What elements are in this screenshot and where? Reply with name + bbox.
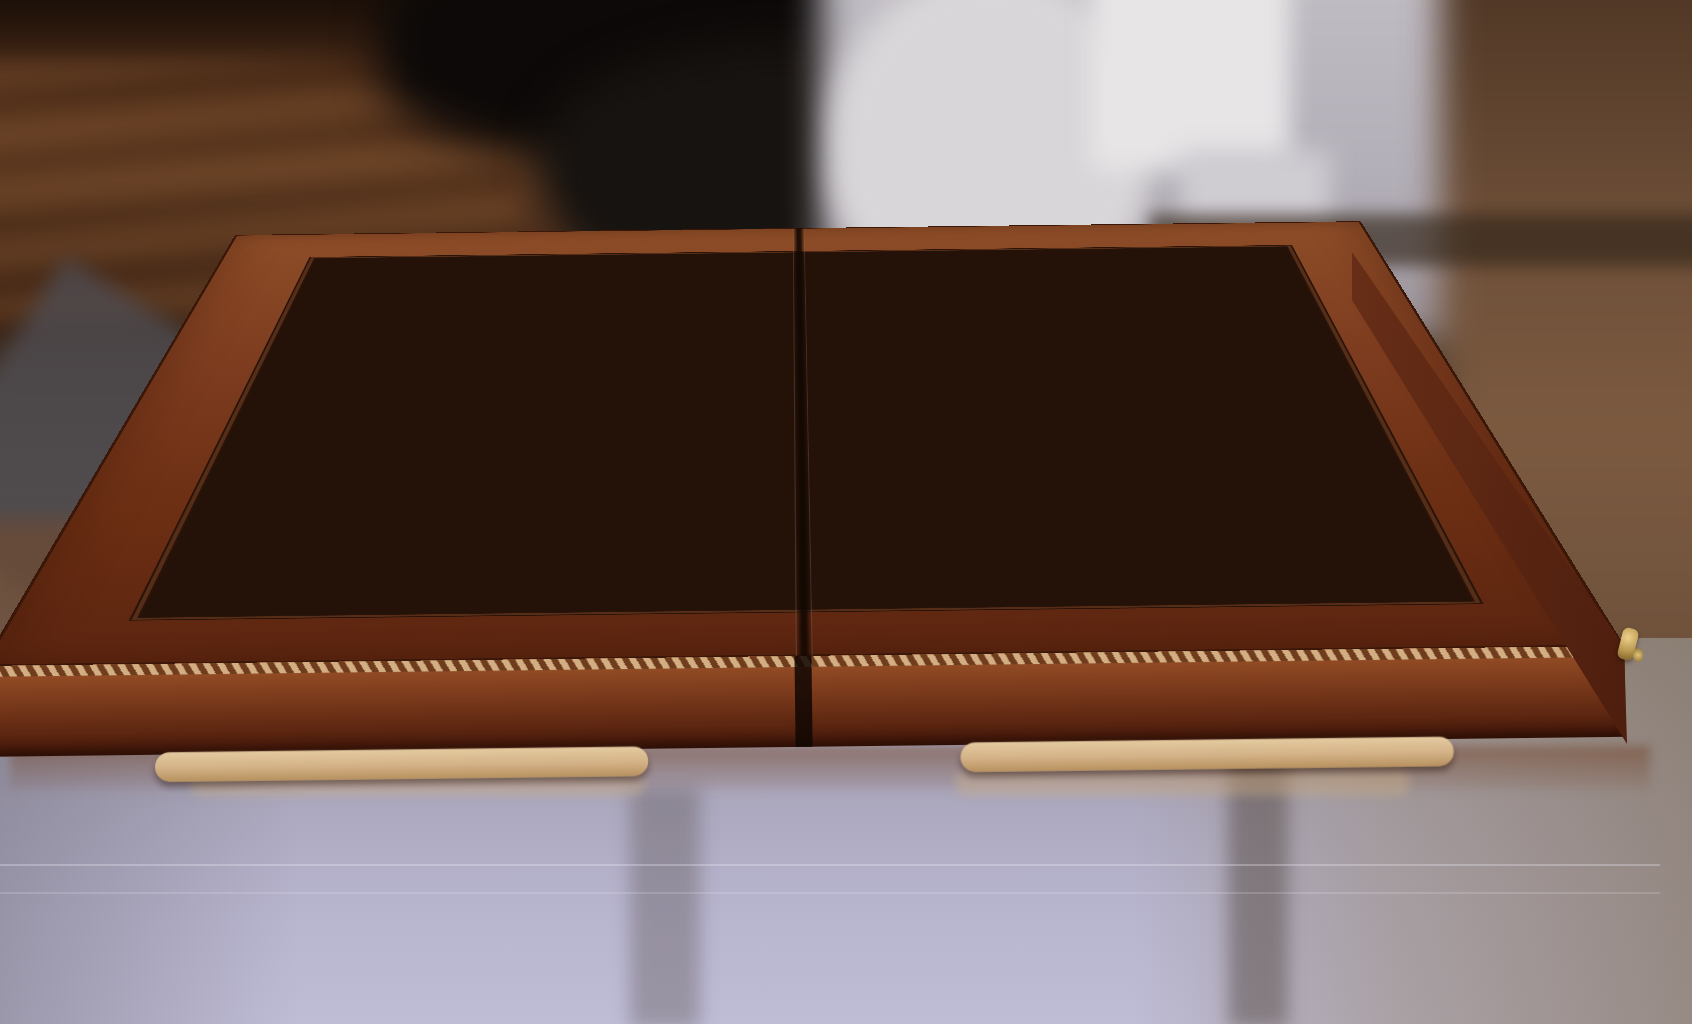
board-front-face [0, 646, 1626, 757]
board-tilt-wrapper [0, 0, 1692, 1024]
box-handle-left [155, 746, 648, 782]
spiral-ornament-row-left [0, 671, 792, 750]
spiral-ornament-row-right [816, 661, 1619, 740]
board-top-face [0, 221, 1625, 666]
brass-latch-pin-icon [1633, 648, 1643, 662]
photo-of-wooden-chess-set [0, 0, 1692, 1024]
front-fold-gap [794, 656, 812, 747]
box-handle-right [960, 736, 1453, 772]
chess-board [0, 221, 1625, 666]
